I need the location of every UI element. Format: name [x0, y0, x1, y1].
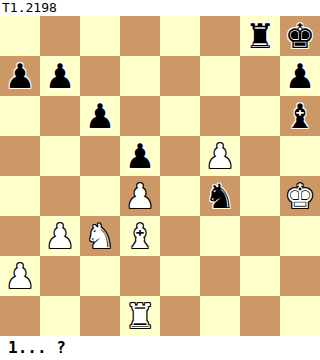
square-a1[interactable] [0, 296, 40, 336]
square-b3[interactable]: ♟ [40, 216, 80, 256]
white-rook-piece: ♜ [125, 296, 155, 336]
square-h6[interactable]: ♝ [280, 96, 320, 136]
square-e3[interactable] [160, 216, 200, 256]
square-d6[interactable] [120, 96, 160, 136]
square-e5[interactable] [160, 136, 200, 176]
square-d5[interactable]: ♟ [120, 136, 160, 176]
square-a5[interactable] [0, 136, 40, 176]
square-g8[interactable]: ♜ [240, 16, 280, 56]
square-h2[interactable] [280, 256, 320, 296]
square-g5[interactable] [240, 136, 280, 176]
square-d3[interactable]: ♝ [120, 216, 160, 256]
square-a4[interactable] [0, 176, 40, 216]
black-bishop-piece: ♝ [285, 96, 315, 136]
square-b7[interactable]: ♟ [40, 56, 80, 96]
black-pawn-piece: ♟ [285, 56, 315, 96]
square-e2[interactable] [160, 256, 200, 296]
white-pawn-piece: ♟ [5, 256, 35, 296]
black-knight-piece: ♞ [205, 176, 235, 216]
square-f6[interactable] [200, 96, 240, 136]
square-e1[interactable] [160, 296, 200, 336]
move-prompt: 1... ? [0, 336, 320, 360]
square-c2[interactable] [80, 256, 120, 296]
square-b2[interactable] [40, 256, 80, 296]
square-a6[interactable] [0, 96, 40, 136]
white-king-piece: ♚ [285, 176, 315, 216]
black-pawn-piece: ♟ [125, 136, 155, 176]
square-f7[interactable] [200, 56, 240, 96]
puzzle-title: T1.2198 [0, 0, 320, 16]
square-d7[interactable] [120, 56, 160, 96]
square-a2[interactable]: ♟ [0, 256, 40, 296]
square-a3[interactable] [0, 216, 40, 256]
square-c7[interactable] [80, 56, 120, 96]
square-d2[interactable] [120, 256, 160, 296]
square-b6[interactable] [40, 96, 80, 136]
chess-board: ♜♚♟♟♟♟♝♟♟♟♞♚♟♞♝♟♜ [0, 16, 320, 336]
square-a7[interactable]: ♟ [0, 56, 40, 96]
square-h4[interactable]: ♚ [280, 176, 320, 216]
square-d4[interactable]: ♟ [120, 176, 160, 216]
square-f8[interactable] [200, 16, 240, 56]
square-h7[interactable]: ♟ [280, 56, 320, 96]
white-pawn-piece: ♟ [45, 216, 75, 256]
square-h3[interactable] [280, 216, 320, 256]
black-pawn-piece: ♟ [85, 96, 115, 136]
white-knight-piece: ♞ [85, 216, 115, 256]
square-c1[interactable] [80, 296, 120, 336]
white-bishop-piece: ♝ [125, 216, 155, 256]
black-rook-piece: ♜ [245, 16, 275, 56]
black-king-piece: ♚ [285, 16, 315, 56]
square-h5[interactable] [280, 136, 320, 176]
square-f1[interactable] [200, 296, 240, 336]
chess-puzzle-page: T1.2198 ♜♚♟♟♟♟♝♟♟♟♞♚♟♞♝♟♜ 1... ? [0, 0, 320, 360]
square-b1[interactable] [40, 296, 80, 336]
square-g4[interactable] [240, 176, 280, 216]
square-d8[interactable] [120, 16, 160, 56]
white-pawn-piece: ♟ [125, 176, 155, 216]
black-pawn-piece: ♟ [5, 56, 35, 96]
square-c4[interactable] [80, 176, 120, 216]
square-a8[interactable] [0, 16, 40, 56]
square-h1[interactable] [280, 296, 320, 336]
square-g3[interactable] [240, 216, 280, 256]
square-f2[interactable] [200, 256, 240, 296]
square-e8[interactable] [160, 16, 200, 56]
square-d1[interactable]: ♜ [120, 296, 160, 336]
square-g6[interactable] [240, 96, 280, 136]
square-g7[interactable] [240, 56, 280, 96]
square-g2[interactable] [240, 256, 280, 296]
square-g1[interactable] [240, 296, 280, 336]
square-b5[interactable] [40, 136, 80, 176]
square-f5[interactable]: ♟ [200, 136, 240, 176]
square-b4[interactable] [40, 176, 80, 216]
square-b8[interactable] [40, 16, 80, 56]
square-h8[interactable]: ♚ [280, 16, 320, 56]
square-f3[interactable] [200, 216, 240, 256]
white-pawn-piece: ♟ [205, 136, 235, 176]
square-c5[interactable] [80, 136, 120, 176]
black-pawn-piece: ♟ [45, 56, 75, 96]
square-c6[interactable]: ♟ [80, 96, 120, 136]
square-e4[interactable] [160, 176, 200, 216]
square-e7[interactable] [160, 56, 200, 96]
square-c8[interactable] [80, 16, 120, 56]
square-e6[interactable] [160, 96, 200, 136]
square-c3[interactable]: ♞ [80, 216, 120, 256]
square-f4[interactable]: ♞ [200, 176, 240, 216]
